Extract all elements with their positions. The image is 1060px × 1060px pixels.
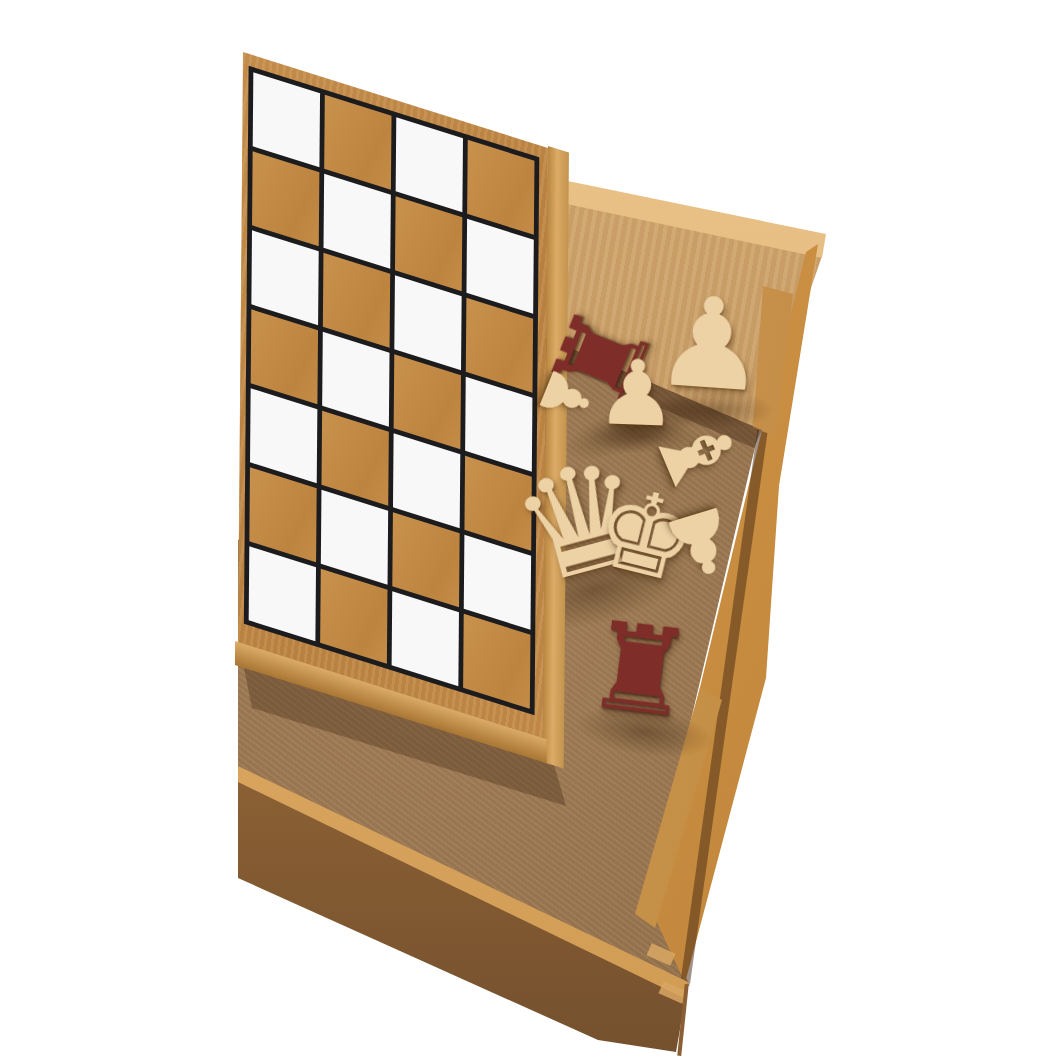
board-cell[interactable] bbox=[392, 512, 459, 607]
board-cell[interactable] bbox=[251, 309, 318, 404]
board-cell[interactable] bbox=[320, 569, 387, 664]
board-cell[interactable] bbox=[466, 298, 533, 393]
board-cell[interactable] bbox=[396, 117, 463, 212]
board-cell[interactable] bbox=[466, 219, 533, 314]
board-cell[interactable] bbox=[252, 151, 319, 246]
board-cell[interactable] bbox=[321, 411, 388, 506]
board-cell[interactable] bbox=[394, 275, 461, 370]
board-cell[interactable] bbox=[395, 196, 462, 291]
board-cell[interactable] bbox=[392, 591, 459, 686]
chess-box-scene: ♜♟♟♟♝♛♚♟♜ bbox=[0, 0, 1060, 1060]
board-cell[interactable] bbox=[394, 354, 461, 449]
checkerboard-lid[interactable] bbox=[238, 52, 548, 738]
board-cell[interactable] bbox=[251, 230, 318, 325]
board-cell[interactable] bbox=[393, 433, 460, 528]
chess-board bbox=[244, 66, 539, 716]
board-cell[interactable] bbox=[463, 614, 530, 709]
board-cell[interactable] bbox=[249, 546, 316, 641]
board-cell[interactable] bbox=[321, 490, 388, 585]
board-cell[interactable] bbox=[324, 95, 391, 190]
board-cell[interactable] bbox=[467, 140, 534, 235]
piece-standing-rook-red[interactable]: ♜ bbox=[579, 604, 700, 736]
board-cell[interactable] bbox=[323, 253, 390, 348]
board-cell[interactable] bbox=[253, 72, 320, 167]
board-cell[interactable] bbox=[322, 332, 389, 427]
board-cell[interactable] bbox=[249, 467, 316, 562]
board-cell[interactable] bbox=[324, 174, 391, 269]
board-cell[interactable] bbox=[250, 388, 317, 483]
